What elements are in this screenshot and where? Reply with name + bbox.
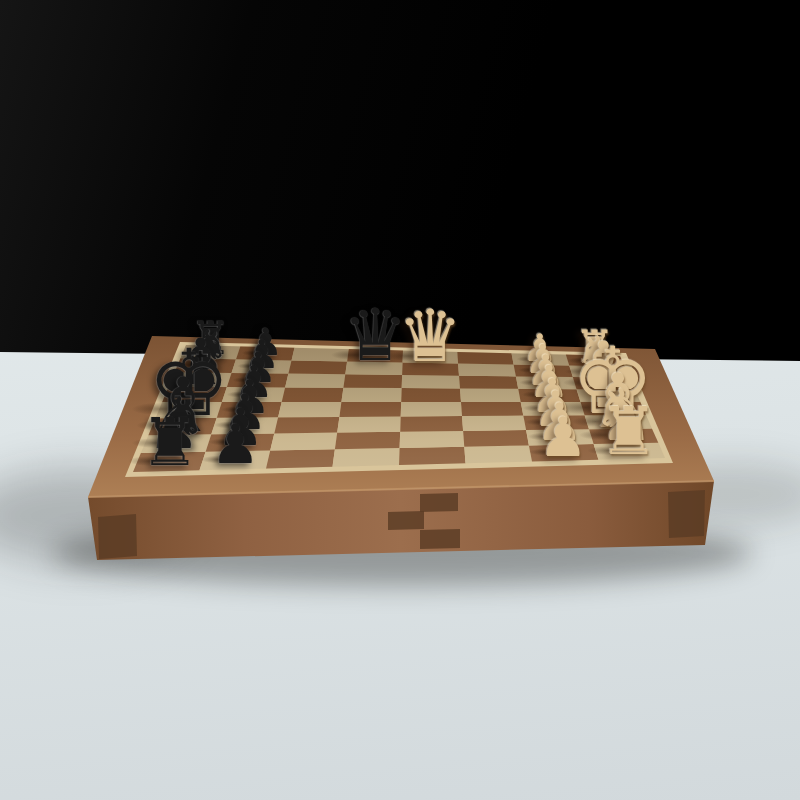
finger-joint-inlay xyxy=(420,529,460,549)
photo-scene: ♜♟♛♜♟♛♞♟♞♟♝♟♝♟♟♟♚♟♚♟♝♟♝♟♞♟♞♟♜♟♜♟ xyxy=(0,0,800,800)
chess-board xyxy=(0,0,800,800)
finger-joint-inlay xyxy=(388,511,424,530)
finger-joint-inlay xyxy=(420,493,458,512)
board-sheen xyxy=(133,345,665,472)
finger-joint-inlay xyxy=(98,514,137,559)
finger-joint-inlay xyxy=(668,490,705,538)
